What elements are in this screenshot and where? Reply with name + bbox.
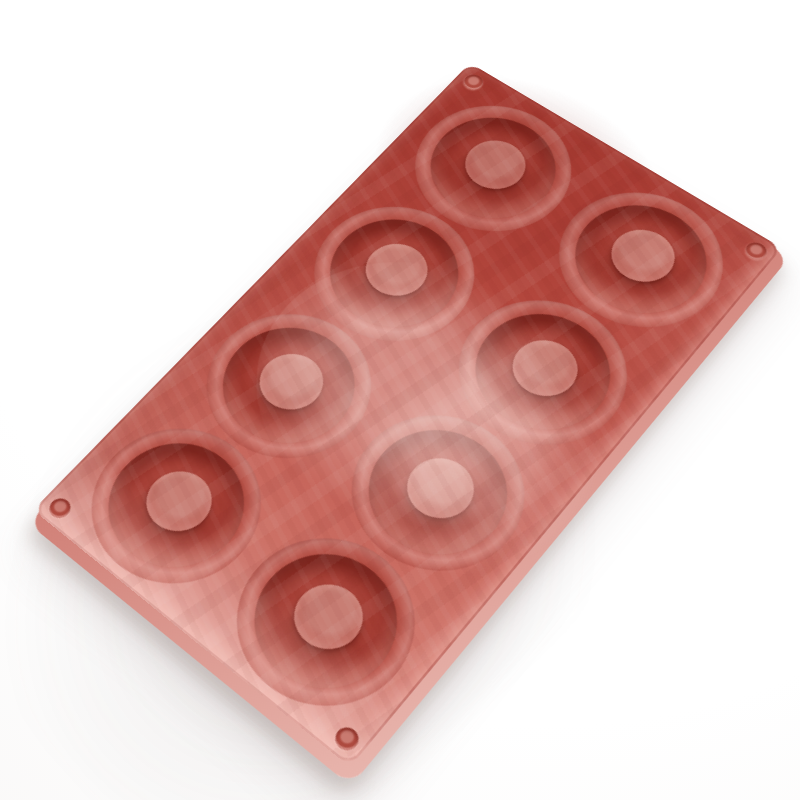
corner-hole xyxy=(45,494,75,521)
corner-hole xyxy=(742,239,771,263)
corner-hole xyxy=(460,71,487,92)
corner-hole xyxy=(330,722,363,754)
photo-background xyxy=(0,0,800,800)
